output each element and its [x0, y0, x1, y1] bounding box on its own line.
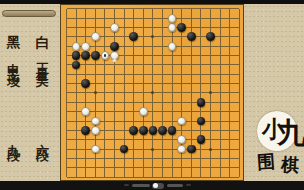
logo-char-wei: 围 [256, 152, 275, 171]
stone-white [168, 42, 177, 51]
control-text-right[interactable] [167, 184, 183, 187]
grid-line-h [67, 177, 240, 178]
stone-white [168, 23, 177, 32]
stone-white [101, 51, 110, 60]
stone-black [206, 32, 215, 41]
grid-line-v [200, 9, 201, 177]
stone-white [139, 107, 148, 116]
stone-black [197, 117, 206, 126]
stone-black [149, 126, 158, 135]
grid-line-h [67, 158, 240, 159]
stone-black [129, 32, 138, 41]
control-text-left[interactable] [132, 184, 150, 187]
video-frame: 黑 申旻埈 九段 白 王星昊 六段 ✦ 小 九 围 棋 [0, 0, 304, 190]
black-player-rank: 九段 [7, 133, 20, 143]
stone-black [91, 51, 100, 60]
grid-line-h [67, 111, 240, 112]
stone-black [187, 145, 196, 154]
go-board: ✦ [60, 4, 244, 181]
stone-white [110, 23, 119, 32]
stone-black [197, 135, 206, 144]
control-tick-left [124, 184, 129, 186]
stone-white [91, 145, 100, 154]
stone-white [177, 135, 186, 144]
grid-line-v [172, 9, 173, 177]
white-player-rank: 六段 [36, 133, 49, 143]
toggle-knob [153, 183, 158, 188]
stone-white [168, 14, 177, 23]
stone-white [81, 42, 90, 51]
stone-black [129, 126, 138, 135]
stone-white [81, 107, 90, 116]
danmaku-toggle[interactable] [152, 183, 164, 189]
control-tick-right [186, 184, 191, 186]
grid-line-v [162, 9, 163, 177]
logo-char-qi: 棋 [281, 156, 300, 175]
stone-black [72, 61, 81, 70]
scroll-roller [2, 10, 56, 17]
stone-white [91, 32, 100, 41]
stone-black [139, 126, 148, 135]
stone-black [177, 23, 186, 32]
sparkle-effect: ✦ [112, 58, 118, 65]
player-info-panel [0, 4, 60, 181]
black-player-name: 申旻埈 [7, 52, 20, 70]
stone-white [91, 126, 100, 135]
star-point [209, 148, 212, 151]
grid-line-h [67, 102, 240, 103]
stone-white [177, 117, 186, 126]
grid-line-v [229, 9, 230, 177]
stone-black [81, 126, 90, 135]
stone-black [72, 51, 81, 60]
stone-black [168, 126, 177, 135]
stone-black [81, 51, 90, 60]
stone-white [72, 42, 81, 51]
stone-black [187, 32, 196, 41]
stone-white [177, 145, 186, 154]
stone-black [110, 42, 119, 51]
white-player-name: 王星昊 [36, 52, 49, 70]
grid-line-v [220, 9, 221, 177]
stone-white [91, 117, 100, 126]
grid-line-h [67, 139, 240, 140]
stone-black [81, 79, 90, 88]
stone-black [120, 145, 129, 154]
last-move-marker [104, 54, 107, 57]
star-point [151, 35, 154, 38]
logo-char-big: 九 [277, 119, 304, 148]
stone-black [197, 98, 206, 107]
stone-black [158, 126, 167, 135]
star-point [209, 91, 212, 94]
grid-line-h [67, 167, 240, 168]
grid-line-v [239, 9, 240, 177]
